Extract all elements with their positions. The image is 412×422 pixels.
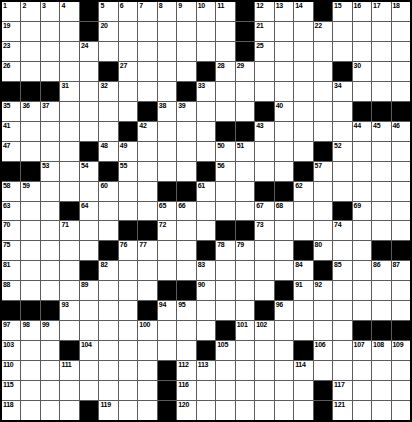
cell-r8c20[interactable] (372, 142, 390, 161)
cell-r12c20[interactable] (372, 221, 390, 240)
cell-r20c7[interactable] (119, 381, 137, 400)
cell-r14c13[interactable] (236, 261, 254, 280)
cell-r3c14[interactable]: 25 (255, 42, 273, 61)
cell-r17c2[interactable]: 98 (21, 321, 39, 340)
cell-r6c3[interactable]: 37 (41, 102, 59, 121)
cell-r4c5[interactable] (80, 62, 98, 81)
cell-r16c21[interactable] (392, 301, 410, 320)
cell-r5c4[interactable]: 31 (60, 82, 78, 101)
cell-r6c2[interactable]: 36 (21, 102, 39, 121)
cell-r2c3[interactable] (41, 22, 59, 41)
cell-r19c11[interactable]: 113 (197, 361, 215, 380)
cell-r20c20[interactable] (372, 381, 390, 400)
cell-r14c1[interactable]: 81 (2, 261, 20, 280)
cell-r12c5[interactable] (80, 221, 98, 240)
cell-r1c15[interactable]: 13 (275, 2, 293, 21)
cell-r8c10[interactable] (177, 142, 195, 161)
cell-r9c17[interactable]: 57 (314, 162, 332, 181)
cell-r3c11[interactable] (197, 42, 215, 61)
cell-r7c15[interactable] (275, 122, 293, 141)
cell-r19c6[interactable] (99, 361, 117, 380)
cell-r19c18[interactable] (333, 361, 351, 380)
cell-r2c6[interactable]: 20 (99, 22, 117, 41)
cell-r10c8[interactable] (138, 182, 156, 201)
cell-r8c4[interactable] (60, 142, 78, 161)
cell-r21c2[interactable] (21, 401, 39, 420)
cell-r18c1[interactable]: 103 (2, 341, 20, 360)
cell-r11c20[interactable] (372, 202, 390, 221)
cell-r18c17[interactable]: 106 (314, 341, 332, 360)
cell-r4c4[interactable] (60, 62, 78, 81)
cell-r8c12[interactable]: 50 (216, 142, 234, 161)
cell-r18c3[interactable] (41, 341, 59, 360)
cell-r4c16[interactable] (294, 62, 312, 81)
cell-r9c21[interactable] (392, 162, 410, 181)
cell-r18c20[interactable]: 108 (372, 341, 390, 360)
cell-r3c1[interactable]: 23 (2, 42, 20, 61)
cell-r4c21[interactable] (392, 62, 410, 81)
cell-r14c10[interactable] (177, 261, 195, 280)
cell-r14c21[interactable]: 87 (392, 261, 410, 280)
cell-r16c6[interactable] (99, 301, 117, 320)
cell-r13c5[interactable] (80, 241, 98, 260)
cell-r3c19[interactable] (353, 42, 371, 61)
cell-r10c19[interactable] (353, 182, 371, 201)
cell-r17c5[interactable] (80, 321, 98, 340)
cell-r5c12[interactable] (216, 82, 234, 101)
cell-r11c19[interactable]: 69 (353, 202, 371, 221)
cell-r5c20[interactable] (372, 82, 390, 101)
cell-r16c13[interactable] (236, 301, 254, 320)
cell-r21c21[interactable] (392, 401, 410, 420)
cell-r8c18[interactable]: 52 (333, 142, 351, 161)
cell-r18c15[interactable] (275, 341, 293, 360)
cell-r20c12[interactable] (216, 381, 234, 400)
cell-r11c10[interactable]: 66 (177, 202, 195, 221)
cell-r21c1[interactable]: 118 (2, 401, 20, 420)
cell-r1c19[interactable]: 16 (353, 2, 371, 21)
cell-r12c2[interactable] (21, 221, 39, 240)
cell-r7c19[interactable]: 44 (353, 122, 371, 141)
cell-r3c18[interactable] (333, 42, 351, 61)
cell-r7c3[interactable] (41, 122, 59, 141)
cell-r4c13[interactable]: 29 (236, 62, 254, 81)
cell-r8c8[interactable] (138, 142, 156, 161)
cell-r14c8[interactable] (138, 261, 156, 280)
cell-r15c11[interactable]: 90 (197, 281, 215, 300)
cell-r1c6[interactable]: 5 (99, 2, 117, 21)
cell-r12c15[interactable] (275, 221, 293, 240)
cell-r11c9[interactable]: 65 (158, 202, 176, 221)
cell-r13c12[interactable]: 78 (216, 241, 234, 260)
cell-r12c19[interactable] (353, 221, 371, 240)
cell-r5c11[interactable]: 33 (197, 82, 215, 101)
cell-r3c16[interactable] (294, 42, 312, 61)
cell-r18c12[interactable]: 105 (216, 341, 234, 360)
cell-r15c16[interactable]: 91 (294, 281, 312, 300)
cell-r9c4[interactable] (60, 162, 78, 181)
cell-r6c18[interactable] (333, 102, 351, 121)
cell-r9c12[interactable]: 56 (216, 162, 234, 181)
cell-r8c9[interactable] (158, 142, 176, 161)
cell-r12c16[interactable] (294, 221, 312, 240)
cell-r6c17[interactable] (314, 102, 332, 121)
cell-r8c3[interactable] (41, 142, 59, 161)
cell-r6c9[interactable]: 38 (158, 102, 176, 121)
cell-r6c4[interactable] (60, 102, 78, 121)
cell-r9c20[interactable] (372, 162, 390, 181)
cell-r11c8[interactable] (138, 202, 156, 221)
cell-r4c7[interactable]: 27 (119, 62, 137, 81)
cell-r2c16[interactable] (294, 22, 312, 41)
cell-r17c17[interactable] (314, 321, 332, 340)
cell-r17c10[interactable] (177, 321, 195, 340)
cell-r17c11[interactable] (197, 321, 215, 340)
cell-r21c18[interactable]: 121 (333, 401, 351, 420)
cell-r5c16[interactable] (294, 82, 312, 101)
cell-r12c17[interactable] (314, 221, 332, 240)
cell-r16c17[interactable] (314, 301, 332, 320)
cell-r5c8[interactable] (138, 82, 156, 101)
cell-r7c1[interactable]: 41 (2, 122, 20, 141)
cell-r10c12[interactable] (216, 182, 234, 201)
cell-r20c2[interactable] (21, 381, 39, 400)
cell-r13c3[interactable] (41, 241, 59, 260)
cell-r19c7[interactable] (119, 361, 137, 380)
cell-r21c15[interactable] (275, 401, 293, 420)
cell-r19c13[interactable] (236, 361, 254, 380)
cell-r2c17[interactable]: 22 (314, 22, 332, 41)
cell-r6c15[interactable]: 40 (275, 102, 293, 121)
cell-r17c3[interactable]: 99 (41, 321, 59, 340)
cell-r19c5[interactable] (80, 361, 98, 380)
cell-r21c4[interactable] (60, 401, 78, 420)
cell-r12c18[interactable]: 74 (333, 221, 351, 240)
cell-r18c18[interactable] (333, 341, 351, 360)
cell-r16c10[interactable]: 95 (177, 301, 195, 320)
cell-r6c12[interactable] (216, 102, 234, 121)
cell-r18c2[interactable] (21, 341, 39, 360)
cell-r11c5[interactable]: 64 (80, 202, 98, 221)
cell-r15c12[interactable] (216, 281, 234, 300)
cell-r4c8[interactable] (138, 62, 156, 81)
cell-r21c20[interactable] (372, 401, 390, 420)
cell-r14c14[interactable] (255, 261, 273, 280)
cell-r1c1[interactable]: 1 (2, 2, 20, 21)
cell-r20c11[interactable] (197, 381, 215, 400)
cell-r8c6[interactable]: 48 (99, 142, 117, 161)
cell-r14c15[interactable] (275, 261, 293, 280)
cell-r11c12[interactable] (216, 202, 234, 221)
cell-r10c7[interactable] (119, 182, 137, 201)
cell-r11c15[interactable]: 68 (275, 202, 293, 221)
cell-r21c7[interactable] (119, 401, 137, 420)
cell-r17c15[interactable] (275, 321, 293, 340)
cell-r20c3[interactable] (41, 381, 59, 400)
cell-r5c21[interactable] (392, 82, 410, 101)
cell-r7c14[interactable]: 43 (255, 122, 273, 141)
cell-r16c7[interactable] (119, 301, 137, 320)
cell-r19c19[interactable] (353, 361, 371, 380)
cell-r16c4[interactable]: 93 (60, 301, 78, 320)
cell-r13c13[interactable]: 79 (236, 241, 254, 260)
cell-r7c5[interactable] (80, 122, 98, 141)
cell-r16c11[interactable] (197, 301, 215, 320)
cell-r17c16[interactable] (294, 321, 312, 340)
cell-r16c20[interactable] (372, 301, 390, 320)
cell-r14c20[interactable]: 86 (372, 261, 390, 280)
cell-r13c1[interactable]: 75 (2, 241, 20, 260)
cell-r4c10[interactable] (177, 62, 195, 81)
cell-r16c9[interactable]: 94 (158, 301, 176, 320)
cell-r8c21[interactable] (392, 142, 410, 161)
cell-r18c10[interactable] (177, 341, 195, 360)
cell-r5c17[interactable] (314, 82, 332, 101)
cell-r1c16[interactable]: 14 (294, 2, 312, 21)
cell-r14c6[interactable]: 82 (99, 261, 117, 280)
cell-r3c10[interactable] (177, 42, 195, 61)
cell-r20c6[interactable] (99, 381, 117, 400)
cell-r9c14[interactable] (255, 162, 273, 181)
cell-r18c19[interactable]: 107 (353, 341, 371, 360)
cell-r12c21[interactable] (392, 221, 410, 240)
cell-r11c7[interactable] (119, 202, 137, 221)
cell-r7c18[interactable] (333, 122, 351, 141)
cell-r12c6[interactable] (99, 221, 117, 240)
cell-r2c15[interactable] (275, 22, 293, 41)
cell-r13c15[interactable] (275, 241, 293, 260)
cell-r19c21[interactable] (392, 361, 410, 380)
cell-r19c1[interactable]: 110 (2, 361, 20, 380)
cell-r12c9[interactable]: 72 (158, 221, 176, 240)
cell-r12c10[interactable] (177, 221, 195, 240)
cell-r16c18[interactable] (333, 301, 351, 320)
cell-r19c20[interactable] (372, 361, 390, 380)
cell-r1c4[interactable]: 4 (60, 2, 78, 21)
cell-r11c1[interactable]: 63 (2, 202, 20, 221)
cell-r17c18[interactable] (333, 321, 351, 340)
cell-r21c16[interactable] (294, 401, 312, 420)
cell-r7c9[interactable] (158, 122, 176, 141)
cell-r16c16[interactable] (294, 301, 312, 320)
cell-r12c1[interactable]: 70 (2, 221, 20, 240)
cell-r7c4[interactable] (60, 122, 78, 141)
cell-r2c20[interactable] (372, 22, 390, 41)
cell-r20c15[interactable] (275, 381, 293, 400)
cell-r3c12[interactable] (216, 42, 234, 61)
cell-r12c11[interactable] (197, 221, 215, 240)
cell-r1c18[interactable]: 15 (333, 2, 351, 21)
cell-r4c1[interactable]: 26 (2, 62, 20, 81)
cell-r21c13[interactable] (236, 401, 254, 420)
cell-r10c20[interactable] (372, 182, 390, 201)
cell-r5c9[interactable] (158, 82, 176, 101)
cell-r3c2[interactable] (21, 42, 39, 61)
cell-r21c19[interactable] (353, 401, 371, 420)
cell-r19c3[interactable] (41, 361, 59, 380)
cell-r14c18[interactable]: 85 (333, 261, 351, 280)
cell-r9c3[interactable]: 53 (41, 162, 59, 181)
cell-r15c8[interactable] (138, 281, 156, 300)
cell-r5c15[interactable] (275, 82, 293, 101)
cell-r20c4[interactable] (60, 381, 78, 400)
cell-r4c9[interactable] (158, 62, 176, 81)
cell-r18c9[interactable] (158, 341, 176, 360)
cell-r21c12[interactable] (216, 401, 234, 420)
cell-r11c14[interactable]: 67 (255, 202, 273, 221)
cell-r15c21[interactable] (392, 281, 410, 300)
cell-r6c13[interactable] (236, 102, 254, 121)
cell-r6c6[interactable] (99, 102, 117, 121)
cell-r13c8[interactable]: 77 (138, 241, 156, 260)
cell-r11c2[interactable] (21, 202, 39, 221)
cell-r20c13[interactable] (236, 381, 254, 400)
cell-r13c9[interactable] (158, 241, 176, 260)
cell-r3c6[interactable] (99, 42, 117, 61)
cell-r3c5[interactable]: 24 (80, 42, 98, 61)
cell-r9c15[interactable] (275, 162, 293, 181)
cell-r11c3[interactable] (41, 202, 59, 221)
cell-r6c7[interactable] (119, 102, 137, 121)
cell-r15c6[interactable] (99, 281, 117, 300)
cell-r9c18[interactable] (333, 162, 351, 181)
cell-r14c4[interactable] (60, 261, 78, 280)
cell-r8c13[interactable]: 51 (236, 142, 254, 161)
cell-r15c3[interactable] (41, 281, 59, 300)
cell-r19c15[interactable] (275, 361, 293, 380)
cell-r19c2[interactable] (21, 361, 39, 380)
cell-r9c5[interactable]: 54 (80, 162, 98, 181)
cell-r8c1[interactable]: 47 (2, 142, 20, 161)
cell-r13c4[interactable] (60, 241, 78, 260)
cell-r18c6[interactable] (99, 341, 117, 360)
cell-r19c17[interactable] (314, 361, 332, 380)
cell-r16c5[interactable] (80, 301, 98, 320)
cell-r7c6[interactable] (99, 122, 117, 141)
cell-r17c7[interactable] (119, 321, 137, 340)
cell-r12c14[interactable]: 73 (255, 221, 273, 240)
cell-r4c17[interactable] (314, 62, 332, 81)
cell-r5c13[interactable] (236, 82, 254, 101)
cell-r2c7[interactable] (119, 22, 137, 41)
cell-r2c4[interactable] (60, 22, 78, 41)
cell-r10c11[interactable]: 61 (197, 182, 215, 201)
cell-r4c20[interactable] (372, 62, 390, 81)
cell-r21c10[interactable]: 120 (177, 401, 195, 420)
cell-r13c10[interactable] (177, 241, 195, 260)
cell-r12c4[interactable]: 71 (60, 221, 78, 240)
cell-r8c14[interactable] (255, 142, 273, 161)
cell-r5c5[interactable] (80, 82, 98, 101)
cell-r7c21[interactable]: 46 (392, 122, 410, 141)
cell-r20c14[interactable] (255, 381, 273, 400)
cell-r1c12[interactable]: 11 (216, 2, 234, 21)
cell-r9c19[interactable] (353, 162, 371, 181)
cell-r15c14[interactable] (255, 281, 273, 300)
cell-r1c8[interactable]: 7 (138, 2, 156, 21)
cell-r11c17[interactable] (314, 202, 332, 221)
cell-r9c13[interactable] (236, 162, 254, 181)
cell-r15c1[interactable]: 88 (2, 281, 20, 300)
cell-r17c4[interactable] (60, 321, 78, 340)
cell-r2c8[interactable] (138, 22, 156, 41)
cell-r14c2[interactable] (21, 261, 39, 280)
cell-r9c9[interactable] (158, 162, 176, 181)
cell-r15c18[interactable] (333, 281, 351, 300)
cell-r6c5[interactable] (80, 102, 98, 121)
cell-r5c7[interactable] (119, 82, 137, 101)
cell-r10c17[interactable] (314, 182, 332, 201)
cell-r15c17[interactable]: 92 (314, 281, 332, 300)
cell-r19c4[interactable]: 111 (60, 361, 78, 380)
cell-r17c8[interactable]: 100 (138, 321, 156, 340)
cell-r4c2[interactable] (21, 62, 39, 81)
cell-r13c2[interactable] (21, 241, 39, 260)
cell-r7c2[interactable] (21, 122, 39, 141)
cell-r20c10[interactable]: 116 (177, 381, 195, 400)
cell-r6c10[interactable]: 39 (177, 102, 195, 121)
cell-r14c12[interactable] (216, 261, 234, 280)
cell-r10c4[interactable] (60, 182, 78, 201)
cell-r9c10[interactable] (177, 162, 195, 181)
cell-r11c21[interactable] (392, 202, 410, 221)
cell-r2c12[interactable] (216, 22, 234, 41)
cell-r17c1[interactable]: 97 (2, 321, 20, 340)
cell-r15c20[interactable] (372, 281, 390, 300)
cell-r14c11[interactable]: 83 (197, 261, 215, 280)
cell-r4c19[interactable]: 30 (353, 62, 371, 81)
cell-r3c8[interactable] (138, 42, 156, 61)
cell-r4c3[interactable] (41, 62, 59, 81)
cell-r9c7[interactable]: 55 (119, 162, 137, 181)
cell-r15c4[interactable] (60, 281, 78, 300)
cell-r15c13[interactable] (236, 281, 254, 300)
cell-r15c5[interactable]: 89 (80, 281, 98, 300)
cell-r6c16[interactable] (294, 102, 312, 121)
cell-r11c6[interactable] (99, 202, 117, 221)
cell-r2c10[interactable] (177, 22, 195, 41)
cell-r8c2[interactable] (21, 142, 39, 161)
cell-r1c10[interactable]: 9 (177, 2, 195, 21)
cell-r16c19[interactable] (353, 301, 371, 320)
cell-r14c19[interactable] (353, 261, 371, 280)
cell-r3c20[interactable] (372, 42, 390, 61)
cell-r4c12[interactable]: 28 (216, 62, 234, 81)
cell-r12c3[interactable] (41, 221, 59, 240)
cell-r13c14[interactable] (255, 241, 273, 260)
cell-r10c6[interactable]: 60 (99, 182, 117, 201)
cell-r8c19[interactable] (353, 142, 371, 161)
cell-r20c8[interactable] (138, 381, 156, 400)
cell-r3c15[interactable] (275, 42, 293, 61)
cell-r1c14[interactable]: 12 (255, 2, 273, 21)
cell-r5c6[interactable]: 32 (99, 82, 117, 101)
cell-r1c11[interactable]: 10 (197, 2, 215, 21)
cell-r17c14[interactable]: 102 (255, 321, 273, 340)
cell-r8c16[interactable] (294, 142, 312, 161)
cell-r21c14[interactable] (255, 401, 273, 420)
cell-r10c13[interactable] (236, 182, 254, 201)
cell-r18c5[interactable]: 104 (80, 341, 98, 360)
cell-r13c7[interactable]: 76 (119, 241, 137, 260)
cell-r15c2[interactable] (21, 281, 39, 300)
cell-r21c6[interactable]: 119 (99, 401, 117, 420)
cell-r10c21[interactable] (392, 182, 410, 201)
cell-r16c12[interactable] (216, 301, 234, 320)
cell-r1c3[interactable]: 3 (41, 2, 59, 21)
cell-r2c18[interactable] (333, 22, 351, 41)
cell-r19c8[interactable] (138, 361, 156, 380)
